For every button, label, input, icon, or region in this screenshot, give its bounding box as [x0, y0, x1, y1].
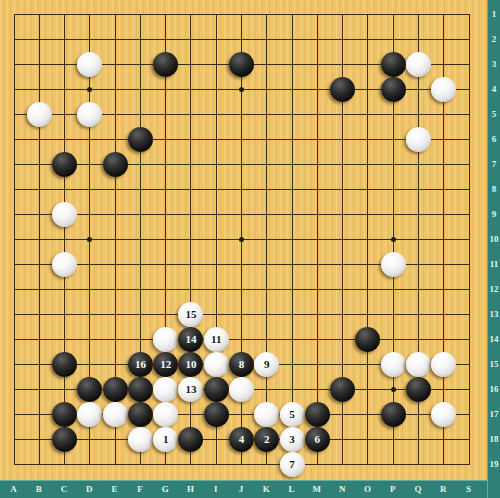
- white-stone[interactable]: [77, 402, 102, 427]
- black-stone[interactable]: [330, 77, 355, 102]
- grid-line-vertical: [317, 14, 318, 465]
- white-stone-move-5[interactable]: 5: [280, 402, 305, 427]
- star-point: [239, 87, 244, 92]
- black-stone[interactable]: [128, 127, 153, 152]
- white-stone[interactable]: [52, 202, 77, 227]
- black-stone[interactable]: [128, 377, 153, 402]
- column-label: B: [31, 484, 47, 494]
- white-stone-move-1[interactable]: 1: [153, 427, 178, 452]
- move-number-label: 14: [185, 333, 196, 345]
- row-label: 4: [488, 84, 500, 94]
- column-label: G: [157, 484, 173, 494]
- white-stone-move-11[interactable]: 11: [204, 327, 229, 352]
- move-number-label: 15: [185, 308, 196, 320]
- white-stone[interactable]: [229, 377, 254, 402]
- move-number-label: 6: [315, 433, 321, 445]
- move-number-label: 2: [264, 433, 270, 445]
- white-stone[interactable]: [431, 352, 456, 377]
- column-label: N: [334, 484, 350, 494]
- star-point: [391, 237, 396, 242]
- row-label: 5: [488, 109, 500, 119]
- white-stone[interactable]: [431, 77, 456, 102]
- column-label: S: [461, 484, 477, 494]
- black-stone[interactable]: [204, 402, 229, 427]
- row-label: 9: [488, 209, 500, 219]
- column-label: R: [435, 484, 451, 494]
- white-stone-move-15[interactable]: 15: [178, 302, 203, 327]
- black-stone-move-16[interactable]: 16: [128, 352, 153, 377]
- move-number-label: 11: [211, 333, 221, 345]
- black-stone[interactable]: [305, 402, 330, 427]
- go-board-diagram: 15141116121089135142367 ABCDEFGHIJKLMNOP…: [0, 0, 500, 498]
- black-stone[interactable]: [406, 377, 431, 402]
- black-stone-move-14[interactable]: 14: [178, 327, 203, 352]
- black-stone[interactable]: [381, 402, 406, 427]
- white-stone[interactable]: [52, 252, 77, 277]
- black-stone[interactable]: [52, 427, 77, 452]
- white-stone[interactable]: [27, 102, 52, 127]
- black-stone-move-6[interactable]: 6: [305, 427, 330, 452]
- white-stone-move-7[interactable]: 7: [280, 452, 305, 477]
- black-stone[interactable]: [229, 52, 254, 77]
- move-number-label: 4: [239, 433, 245, 445]
- black-stone[interactable]: [52, 402, 77, 427]
- row-label: 19: [488, 459, 500, 469]
- white-stone[interactable]: [153, 327, 178, 352]
- white-stone[interactable]: [406, 127, 431, 152]
- black-stone[interactable]: [381, 77, 406, 102]
- row-label: 7: [488, 159, 500, 169]
- grid-line-vertical: [292, 14, 293, 465]
- grid-line-vertical: [266, 14, 267, 465]
- white-stone[interactable]: [153, 377, 178, 402]
- star-point: [391, 387, 396, 392]
- black-stone[interactable]: [178, 427, 203, 452]
- grid-line-vertical: [64, 14, 65, 465]
- white-stone[interactable]: [431, 402, 456, 427]
- column-label: K: [258, 484, 274, 494]
- column-label: C: [56, 484, 72, 494]
- row-label: 2: [488, 34, 500, 44]
- white-stone[interactable]: [254, 402, 279, 427]
- black-stone[interactable]: [381, 52, 406, 77]
- row-label: 3: [488, 59, 500, 69]
- white-stone-move-3[interactable]: 3: [280, 427, 305, 452]
- column-label: O: [359, 484, 375, 494]
- column-label: J: [233, 484, 249, 494]
- column-label: F: [132, 484, 148, 494]
- row-label: 18: [488, 434, 500, 444]
- black-stone-move-2[interactable]: 2: [254, 427, 279, 452]
- white-stone[interactable]: [77, 102, 102, 127]
- row-label: 13: [488, 309, 500, 319]
- move-number-label: 9: [264, 358, 270, 370]
- white-stone[interactable]: [128, 427, 153, 452]
- column-label: L: [284, 484, 300, 494]
- column-label: P: [385, 484, 401, 494]
- black-stone[interactable]: [52, 152, 77, 177]
- move-number-label: 8: [239, 358, 245, 370]
- white-stone[interactable]: [406, 52, 431, 77]
- move-number-label: 7: [289, 458, 295, 470]
- row-label: 15: [488, 359, 500, 369]
- column-label: H: [182, 484, 198, 494]
- row-label: 17: [488, 409, 500, 419]
- move-number-label: 3: [289, 433, 295, 445]
- move-number-label: 5: [289, 408, 295, 420]
- grid-line-vertical: [367, 14, 368, 465]
- black-stone[interactable]: [77, 377, 102, 402]
- white-stone[interactable]: [153, 402, 178, 427]
- star-point: [239, 237, 244, 242]
- row-label: 10: [488, 234, 500, 244]
- row-labels: [487, 0, 500, 498]
- white-stone[interactable]: [77, 52, 102, 77]
- move-number-label: 13: [185, 383, 196, 395]
- white-stone[interactable]: [406, 352, 431, 377]
- grid-line-vertical: [469, 14, 470, 465]
- move-number-label: 12: [160, 358, 171, 370]
- black-stone-move-4[interactable]: 4: [229, 427, 254, 452]
- white-stone[interactable]: [381, 352, 406, 377]
- column-label: Q: [410, 484, 426, 494]
- white-stone-move-9[interactable]: 9: [254, 352, 279, 377]
- row-label: 8: [488, 184, 500, 194]
- move-number-label: 16: [135, 358, 146, 370]
- move-number-label: 1: [163, 433, 169, 445]
- black-stone[interactable]: [330, 377, 355, 402]
- black-stone[interactable]: [103, 152, 128, 177]
- black-stone-move-12[interactable]: 12: [153, 352, 178, 377]
- black-stone[interactable]: [204, 377, 229, 402]
- white-stone[interactable]: [381, 252, 406, 277]
- white-stone[interactable]: [204, 352, 229, 377]
- grid-line-vertical: [14, 14, 15, 465]
- move-number-label: 10: [185, 358, 196, 370]
- row-label: 1: [488, 9, 500, 19]
- grid-line-vertical: [39, 14, 40, 465]
- row-label: 16: [488, 384, 500, 394]
- row-label: 14: [488, 334, 500, 344]
- black-stone[interactable]: [355, 327, 380, 352]
- white-stone[interactable]: [103, 402, 128, 427]
- white-stone-move-13[interactable]: 13: [178, 377, 203, 402]
- black-stone[interactable]: [153, 52, 178, 77]
- column-label: A: [6, 484, 22, 494]
- star-point: [87, 87, 92, 92]
- black-stone-move-10[interactable]: 10: [178, 352, 203, 377]
- column-label: I: [208, 484, 224, 494]
- star-point: [87, 237, 92, 242]
- column-label: D: [81, 484, 97, 494]
- column-label: M: [309, 484, 325, 494]
- black-stone[interactable]: [128, 402, 153, 427]
- row-label: 6: [488, 134, 500, 144]
- black-stone-move-8[interactable]: 8: [229, 352, 254, 377]
- row-label: 12: [488, 284, 500, 294]
- black-stone[interactable]: [103, 377, 128, 402]
- column-label: E: [107, 484, 123, 494]
- black-stone[interactable]: [52, 352, 77, 377]
- row-label: 11: [488, 259, 500, 269]
